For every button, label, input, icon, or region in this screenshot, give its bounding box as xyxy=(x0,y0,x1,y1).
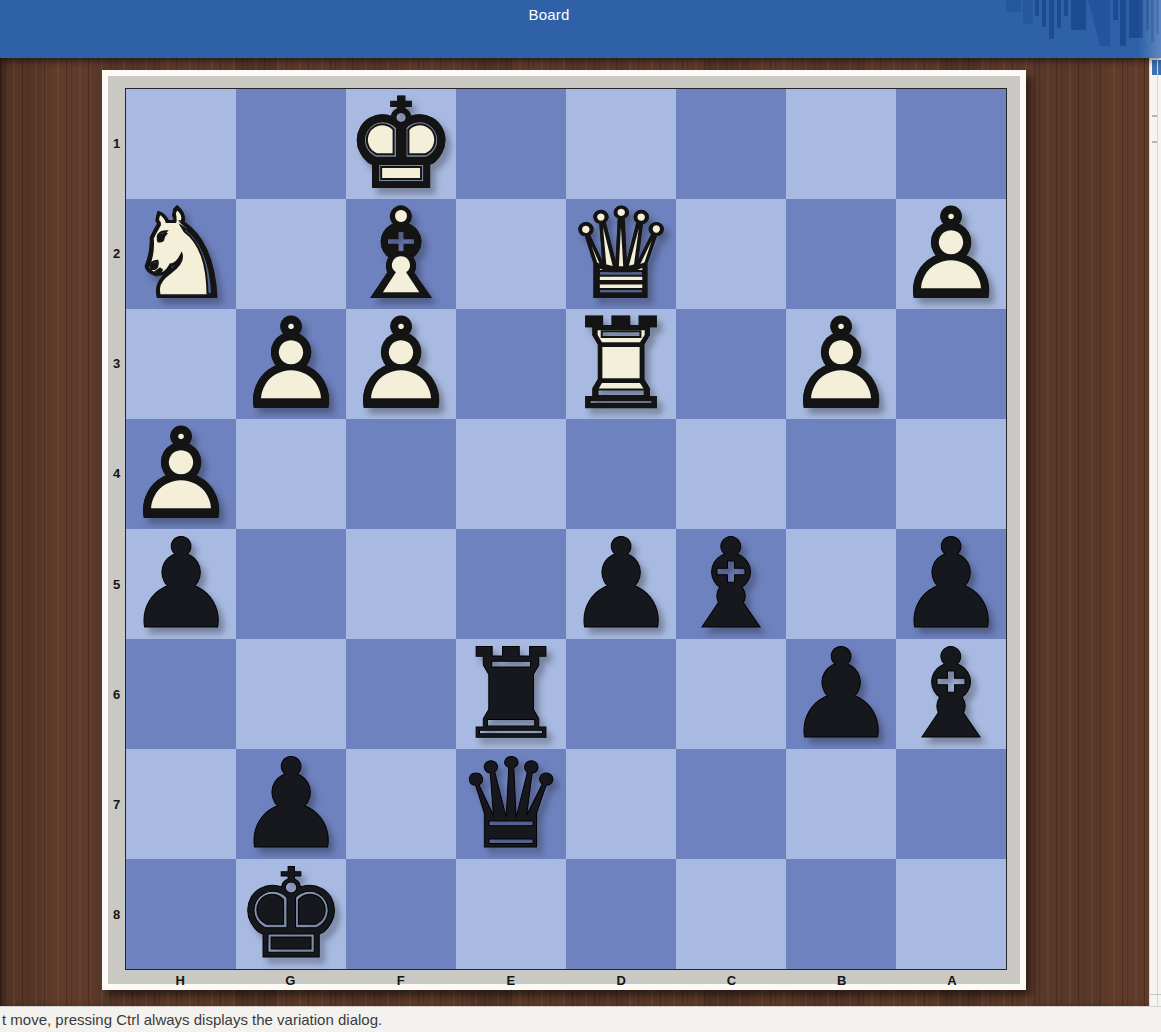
adjacent-panel-edge xyxy=(1149,58,1161,1007)
square-c3[interactable] xyxy=(676,309,786,419)
file-label-b: B xyxy=(787,971,897,989)
file-labels: HGFEDCBA xyxy=(125,971,1007,989)
square-g8[interactable]: ♚ xyxy=(236,859,346,969)
piece-glyph: ♝ xyxy=(676,529,786,639)
square-f8[interactable] xyxy=(346,859,456,969)
square-h6[interactable] xyxy=(126,639,236,749)
square-a7[interactable] xyxy=(896,749,1006,859)
rank-label-3: 3 xyxy=(108,309,125,419)
piece-glyph: ♚ xyxy=(236,859,346,969)
adjacent-panel-divider xyxy=(1157,58,1158,1007)
piece-glyph: ♝ xyxy=(896,639,1006,749)
square-a3[interactable] xyxy=(896,309,1006,419)
square-b3[interactable]: ♟♙ xyxy=(786,309,896,419)
square-d8[interactable] xyxy=(566,859,676,969)
chessbase-logo-bars-icon xyxy=(1000,0,1161,58)
square-a8[interactable] xyxy=(896,859,1006,969)
square-e7[interactable]: ♛ xyxy=(456,749,566,859)
square-f3[interactable]: ♟♙ xyxy=(346,309,456,419)
piece-outline: ♙ xyxy=(346,309,456,419)
square-d6[interactable] xyxy=(566,639,676,749)
square-d5[interactable]: ♟ xyxy=(566,529,676,639)
app-window: Board 12345678 ♚♔♞♘♝♗♛♕♟♙♟♙♟♙♜♖♟♙♟♙♟♟♝♟♜… xyxy=(0,0,1161,1032)
file-label-g: G xyxy=(235,971,345,989)
title-bar: Board xyxy=(0,0,1161,58)
square-f6[interactable] xyxy=(346,639,456,749)
square-g3[interactable]: ♟♙ xyxy=(236,309,346,419)
square-d7[interactable] xyxy=(566,749,676,859)
square-e2[interactable] xyxy=(456,199,566,309)
square-f7[interactable] xyxy=(346,749,456,859)
black-pawn[interactable]: ♟ xyxy=(786,639,896,749)
square-d3[interactable]: ♜♖ xyxy=(566,309,676,419)
black-bishop[interactable]: ♝ xyxy=(896,639,1006,749)
square-h2[interactable]: ♞♘ xyxy=(126,199,236,309)
black-pawn[interactable]: ♟ xyxy=(126,529,236,639)
square-c1[interactable] xyxy=(676,89,786,199)
pane-title: Board xyxy=(528,6,569,23)
file-label-a: A xyxy=(897,971,1007,989)
black-queen[interactable]: ♛ xyxy=(456,749,566,859)
square-h5[interactable]: ♟ xyxy=(126,529,236,639)
square-c8[interactable] xyxy=(676,859,786,969)
piece-glyph: ♟ xyxy=(786,639,896,749)
square-c6[interactable] xyxy=(676,639,786,749)
file-label-e: E xyxy=(456,971,566,989)
piece-outline: ♖ xyxy=(566,309,676,419)
file-label-d: D xyxy=(566,971,676,989)
white-rook[interactable]: ♜♖ xyxy=(566,309,676,419)
rank-labels: 12345678 xyxy=(108,88,125,970)
board-margin: 12345678 ♚♔♞♘♝♗♛♕♟♙♟♙♟♙♜♖♟♙♟♙♟♟♝♟♜♟♝♟♛♚ … xyxy=(108,76,1020,984)
rank-label-8: 8 xyxy=(108,860,125,970)
square-e8[interactable] xyxy=(456,859,566,969)
black-bishop[interactable]: ♝ xyxy=(676,529,786,639)
square-b4[interactable] xyxy=(786,419,896,529)
square-b1[interactable] xyxy=(786,89,896,199)
file-label-f: F xyxy=(346,971,456,989)
square-e3[interactable] xyxy=(456,309,566,419)
square-b7[interactable] xyxy=(786,749,896,859)
black-pawn[interactable]: ♟ xyxy=(566,529,676,639)
rank-label-1: 1 xyxy=(108,88,125,198)
square-e4[interactable] xyxy=(456,419,566,529)
chess-board[interactable]: ♚♔♞♘♝♗♛♕♟♙♟♙♟♙♜♖♟♙♟♙♟♟♝♟♜♟♝♟♛♚ xyxy=(125,88,1007,970)
square-f4[interactable] xyxy=(346,419,456,529)
square-e1[interactable] xyxy=(456,89,566,199)
square-c5[interactable]: ♝ xyxy=(676,529,786,639)
square-g4[interactable] xyxy=(236,419,346,529)
square-g1[interactable] xyxy=(236,89,346,199)
rank-label-2: 2 xyxy=(108,198,125,308)
file-label-h: H xyxy=(125,971,235,989)
piece-outline: ♙ xyxy=(786,309,896,419)
status-text: t move, pressing Ctrl always displays th… xyxy=(0,1011,382,1028)
rank-label-5: 5 xyxy=(108,529,125,639)
black-king[interactable]: ♚ xyxy=(236,859,346,969)
board-panel: 12345678 ♚♔♞♘♝♗♛♕♟♙♟♙♟♙♜♖♟♙♟♙♟♟♝♟♜♟♝♟♛♚ … xyxy=(102,70,1026,990)
square-b6[interactable]: ♟ xyxy=(786,639,896,749)
rank-label-6: 6 xyxy=(108,639,125,749)
piece-glyph: ♟ xyxy=(126,529,236,639)
piece-glyph: ♛ xyxy=(456,749,566,859)
rank-label-7: 7 xyxy=(108,750,125,860)
piece-outline: ♘ xyxy=(126,199,236,309)
white-pawn[interactable]: ♟♙ xyxy=(236,309,346,419)
wood-background: 12345678 ♚♔♞♘♝♗♛♕♟♙♟♙♟♙♜♖♟♙♟♙♟♟♝♟♜♟♝♟♛♚ … xyxy=(0,58,1161,1007)
adjacent-panel-divider xyxy=(1150,994,1161,995)
square-a2[interactable]: ♟♙ xyxy=(896,199,1006,309)
square-a6[interactable]: ♝ xyxy=(896,639,1006,749)
status-bar: t move, pressing Ctrl always displays th… xyxy=(0,1006,1161,1032)
white-pawn[interactable]: ♟♙ xyxy=(786,309,896,419)
square-c7[interactable] xyxy=(676,749,786,859)
square-h7[interactable] xyxy=(126,749,236,859)
piece-outline: ♙ xyxy=(236,309,346,419)
rank-label-4: 4 xyxy=(108,419,125,529)
file-label-c: C xyxy=(676,971,786,989)
white-pawn[interactable]: ♟♙ xyxy=(346,309,456,419)
white-pawn[interactable]: ♟♙ xyxy=(896,199,1006,309)
square-g5[interactable] xyxy=(236,529,346,639)
square-f5[interactable] xyxy=(346,529,456,639)
piece-glyph: ♟ xyxy=(566,529,676,639)
square-h8[interactable] xyxy=(126,859,236,969)
white-knight[interactable]: ♞♘ xyxy=(126,199,236,309)
square-c2[interactable] xyxy=(676,199,786,309)
piece-outline: ♙ xyxy=(896,199,1006,309)
square-b8[interactable] xyxy=(786,859,896,969)
